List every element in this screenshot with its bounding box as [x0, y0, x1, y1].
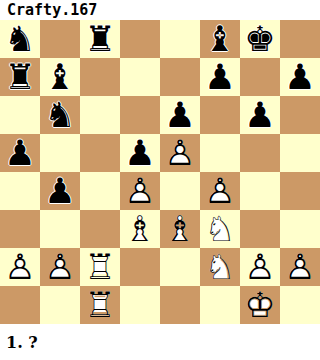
square-h8[interactable] — [280, 20, 320, 58]
piece-black-knight[interactable]: ♞ — [40, 96, 80, 134]
square-c5[interactable] — [80, 134, 120, 172]
square-a1[interactable] — [0, 286, 40, 324]
square-d8[interactable] — [120, 20, 160, 58]
square-h4[interactable] — [280, 172, 320, 210]
piece-white-pawn[interactable]: ♙ — [240, 248, 280, 286]
square-g1[interactable]: ♚♔ — [240, 286, 280, 324]
move-prompt: 1. ? — [0, 324, 320, 360]
square-e3[interactable]: ♝♗ — [160, 210, 200, 248]
piece-white-knight[interactable]: ♘ — [200, 210, 240, 248]
square-g5[interactable] — [240, 134, 280, 172]
square-c6[interactable] — [80, 96, 120, 134]
piece-white-pawn[interactable]: ♙ — [120, 172, 160, 210]
piece-black-pawn[interactable]: ♟ — [280, 58, 320, 96]
square-f3[interactable]: ♞♘ — [200, 210, 240, 248]
piece-black-pawn[interactable]: ♟ — [200, 58, 240, 96]
square-e6[interactable]: ♟ — [160, 96, 200, 134]
square-e7[interactable] — [160, 58, 200, 96]
piece-black-rook[interactable]: ♜ — [80, 20, 120, 58]
square-g8[interactable]: ♚ — [240, 20, 280, 58]
square-d1[interactable] — [120, 286, 160, 324]
window-title: Crafty.167 — [0, 0, 320, 20]
square-f7[interactable]: ♟ — [200, 58, 240, 96]
square-a3[interactable] — [0, 210, 40, 248]
square-a5[interactable]: ♟ — [0, 134, 40, 172]
square-g7[interactable] — [240, 58, 280, 96]
square-h5[interactable] — [280, 134, 320, 172]
piece-black-pawn[interactable]: ♟ — [160, 96, 200, 134]
piece-white-knight[interactable]: ♘ — [200, 248, 240, 286]
square-g4[interactable] — [240, 172, 280, 210]
piece-black-pawn[interactable]: ♟ — [240, 96, 280, 134]
square-g3[interactable] — [240, 210, 280, 248]
square-f5[interactable] — [200, 134, 240, 172]
square-e8[interactable] — [160, 20, 200, 58]
square-b2[interactable]: ♟♙ — [40, 248, 80, 286]
square-h3[interactable] — [280, 210, 320, 248]
square-c7[interactable] — [80, 58, 120, 96]
square-b4[interactable]: ♟ — [40, 172, 80, 210]
square-a7[interactable]: ♜ — [0, 58, 40, 96]
square-d4[interactable]: ♟♙ — [120, 172, 160, 210]
square-a6[interactable] — [0, 96, 40, 134]
square-b3[interactable] — [40, 210, 80, 248]
piece-black-pawn[interactable]: ♟ — [120, 134, 160, 172]
piece-white-king[interactable]: ♔ — [240, 286, 280, 324]
square-d3[interactable]: ♝♗ — [120, 210, 160, 248]
piece-black-bishop[interactable]: ♝ — [200, 20, 240, 58]
square-a4[interactable] — [0, 172, 40, 210]
piece-white-pawn[interactable]: ♙ — [40, 248, 80, 286]
square-d5[interactable]: ♟ — [120, 134, 160, 172]
square-h2[interactable]: ♟♙ — [280, 248, 320, 286]
square-h1[interactable] — [280, 286, 320, 324]
square-b5[interactable] — [40, 134, 80, 172]
square-a8[interactable]: ♞ — [0, 20, 40, 58]
piece-black-rook[interactable]: ♜ — [0, 58, 40, 96]
square-g6[interactable]: ♟ — [240, 96, 280, 134]
square-d2[interactable] — [120, 248, 160, 286]
piece-white-pawn[interactable]: ♙ — [160, 134, 200, 172]
square-d7[interactable] — [120, 58, 160, 96]
square-c3[interactable] — [80, 210, 120, 248]
square-a2[interactable]: ♟♙ — [0, 248, 40, 286]
square-e5[interactable]: ♟♙ — [160, 134, 200, 172]
piece-black-bishop[interactable]: ♝ — [40, 58, 80, 96]
piece-black-pawn[interactable]: ♟ — [0, 134, 40, 172]
square-g2[interactable]: ♟♙ — [240, 248, 280, 286]
chess-window: Crafty.167 ♞♜♝♚♜♝♟♟♞♟♟♟♟♟♙♟♟♙♟♙♝♗♝♗♞♘♟♙♟… — [0, 0, 320, 360]
piece-white-bishop[interactable]: ♗ — [120, 210, 160, 248]
square-h7[interactable]: ♟ — [280, 58, 320, 96]
square-c1[interactable]: ♜♖ — [80, 286, 120, 324]
square-d6[interactable] — [120, 96, 160, 134]
square-h6[interactable] — [280, 96, 320, 134]
square-f4[interactable]: ♟♙ — [200, 172, 240, 210]
piece-black-pawn[interactable]: ♟ — [40, 172, 80, 210]
piece-white-pawn[interactable]: ♙ — [280, 248, 320, 286]
square-f8[interactable]: ♝ — [200, 20, 240, 58]
piece-white-pawn[interactable]: ♙ — [0, 248, 40, 286]
chess-board: ♞♜♝♚♜♝♟♟♞♟♟♟♟♟♙♟♟♙♟♙♝♗♝♗♞♘♟♙♟♙♜♖♞♘♟♙♟♙♜♖… — [0, 20, 320, 324]
square-b7[interactable]: ♝ — [40, 58, 80, 96]
piece-white-bishop[interactable]: ♗ — [160, 210, 200, 248]
square-e1[interactable] — [160, 286, 200, 324]
piece-white-rook[interactable]: ♖ — [80, 286, 120, 324]
square-c4[interactable] — [80, 172, 120, 210]
square-e2[interactable] — [160, 248, 200, 286]
square-c8[interactable]: ♜ — [80, 20, 120, 58]
square-b6[interactable]: ♞ — [40, 96, 80, 134]
square-f6[interactable] — [200, 96, 240, 134]
square-f1[interactable] — [200, 286, 240, 324]
piece-white-pawn[interactable]: ♙ — [200, 172, 240, 210]
piece-black-knight[interactable]: ♞ — [0, 20, 40, 58]
square-f2[interactable]: ♞♘ — [200, 248, 240, 286]
square-e4[interactable] — [160, 172, 200, 210]
piece-black-king[interactable]: ♚ — [240, 20, 280, 58]
square-b8[interactable] — [40, 20, 80, 58]
square-b1[interactable] — [40, 286, 80, 324]
piece-white-rook[interactable]: ♖ — [80, 248, 120, 286]
square-c2[interactable]: ♜♖ — [80, 248, 120, 286]
